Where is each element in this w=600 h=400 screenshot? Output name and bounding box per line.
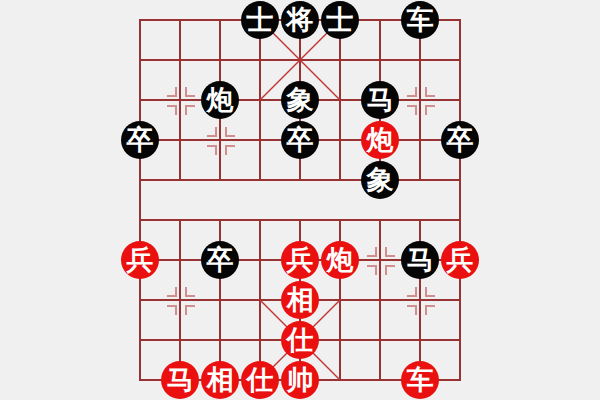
star-corner-tl bbox=[167, 87, 177, 97]
piece-black-chariot[interactable]: 车 bbox=[401, 1, 439, 39]
piece-black-horse[interactable]: 马 bbox=[401, 241, 439, 279]
piece-black-general[interactable]: 将 bbox=[281, 1, 319, 39]
piece-black-elephant[interactable]: 象 bbox=[281, 81, 319, 119]
star-corner-tl bbox=[367, 247, 377, 257]
piece-black-pawn[interactable]: 卒 bbox=[201, 241, 239, 279]
piece-red-cannon[interactable]: 炮 bbox=[321, 241, 359, 279]
piece-red-elephant[interactable]: 相 bbox=[281, 281, 319, 319]
star-corner-br bbox=[425, 105, 435, 115]
piece-black-advisor[interactable]: 士 bbox=[321, 1, 359, 39]
star-corner-bl bbox=[367, 265, 377, 275]
star-corner-br bbox=[385, 265, 395, 275]
star-corner-tl bbox=[407, 287, 417, 297]
star-corner-bl bbox=[407, 105, 417, 115]
xiangqi-screen: 士将士车炮象马卒卒炮卒象兵卒兵炮马兵相仕马相仕帅车 bbox=[0, 0, 600, 400]
piece-black-pawn[interactable]: 卒 bbox=[281, 121, 319, 159]
star-corner-tr bbox=[185, 87, 195, 97]
star-corner-tr bbox=[385, 247, 395, 257]
star-corner-tr bbox=[185, 287, 195, 297]
piece-red-chariot[interactable]: 车 bbox=[401, 361, 439, 399]
star-corner-br bbox=[225, 145, 235, 155]
piece-red-general[interactable]: 帅 bbox=[281, 361, 319, 399]
piece-red-pawn[interactable]: 兵 bbox=[281, 241, 319, 279]
star-corner-tl bbox=[167, 287, 177, 297]
piece-black-advisor[interactable]: 士 bbox=[241, 1, 279, 39]
piece-red-pawn[interactable]: 兵 bbox=[441, 241, 479, 279]
piece-black-elephant[interactable]: 象 bbox=[361, 161, 399, 199]
star-corner-bl bbox=[167, 105, 177, 115]
piece-black-cannon[interactable]: 炮 bbox=[201, 81, 239, 119]
piece-black-pawn[interactable]: 卒 bbox=[121, 121, 159, 159]
piece-black-horse[interactable]: 马 bbox=[361, 81, 399, 119]
piece-red-cannon[interactable]: 炮 bbox=[361, 121, 399, 159]
star-corner-br bbox=[185, 105, 195, 115]
star-corner-br bbox=[185, 305, 195, 315]
star-corner-bl bbox=[407, 305, 417, 315]
xiangqi-board: 士将士车炮象马卒卒炮卒象兵卒兵炮马兵相仕马相仕帅车 bbox=[0, 0, 600, 400]
star-corner-bl bbox=[167, 305, 177, 315]
star-corner-br bbox=[425, 305, 435, 315]
piece-red-elephant[interactable]: 相 bbox=[201, 361, 239, 399]
piece-red-pawn[interactable]: 兵 bbox=[121, 241, 159, 279]
star-corner-tr bbox=[425, 287, 435, 297]
star-corner-tl bbox=[207, 127, 217, 137]
piece-red-advisor[interactable]: 仕 bbox=[241, 361, 279, 399]
piece-black-pawn[interactable]: 卒 bbox=[441, 121, 479, 159]
star-corner-tr bbox=[225, 127, 235, 137]
star-corner-tr bbox=[425, 87, 435, 97]
piece-red-horse[interactable]: 马 bbox=[161, 361, 199, 399]
star-corner-bl bbox=[207, 145, 217, 155]
star-corner-tl bbox=[407, 87, 417, 97]
piece-red-advisor[interactable]: 仕 bbox=[281, 321, 319, 359]
